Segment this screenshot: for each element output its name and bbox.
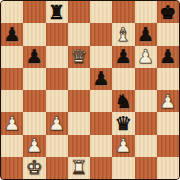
square-e5[interactable]: ♟ (90, 68, 112, 90)
square-a8[interactable] (1, 1, 23, 23)
square-d5[interactable] (68, 68, 90, 90)
piece-white-pawn[interactable]: ♟ (115, 136, 132, 155)
square-b6[interactable]: ♟ (23, 46, 45, 68)
square-c3[interactable]: ♟ (46, 112, 68, 134)
square-a4[interactable] (1, 90, 23, 112)
square-b5[interactable] (23, 68, 45, 90)
chess-board-frame: ♜♚♟♝♟♟♛♟♟♟♟♞♟♟♟♛♟♟♚♜ (0, 0, 180, 180)
piece-white-pawn[interactable]: ♟ (159, 91, 176, 110)
square-d4[interactable] (68, 90, 90, 112)
piece-white-pawn[interactable]: ♟ (137, 47, 154, 66)
square-h3[interactable] (157, 112, 179, 134)
square-e6[interactable] (90, 46, 112, 68)
square-a3[interactable]: ♟ (1, 112, 23, 134)
piece-black-pawn[interactable]: ♟ (159, 47, 176, 66)
square-c5[interactable] (46, 68, 68, 90)
square-e3[interactable] (90, 112, 112, 134)
piece-black-pawn[interactable]: ♟ (115, 47, 132, 66)
square-f1[interactable] (112, 157, 134, 179)
piece-black-rook[interactable]: ♜ (48, 2, 65, 21)
square-a5[interactable] (1, 68, 23, 90)
piece-black-pawn[interactable]: ♟ (93, 69, 110, 88)
square-b2[interactable]: ♟ (23, 135, 45, 157)
square-g6[interactable]: ♟ (135, 46, 157, 68)
square-h8[interactable]: ♚ (157, 1, 179, 23)
square-h2[interactable] (157, 135, 179, 157)
square-f3[interactable]: ♛ (112, 112, 134, 134)
piece-black-queen[interactable]: ♛ (115, 113, 132, 132)
square-h4[interactable]: ♟ (157, 90, 179, 112)
square-a1[interactable] (1, 157, 23, 179)
square-g8[interactable] (135, 1, 157, 23)
piece-black-king[interactable]: ♚ (159, 2, 176, 21)
piece-black-pawn[interactable]: ♟ (137, 24, 154, 43)
square-c6[interactable] (46, 46, 68, 68)
square-d7[interactable] (68, 23, 90, 45)
piece-white-bishop[interactable]: ♝ (115, 24, 132, 43)
piece-white-pawn[interactable]: ♟ (4, 113, 21, 132)
square-c2[interactable] (46, 135, 68, 157)
piece-white-queen[interactable]: ♛ (70, 47, 87, 66)
square-e8[interactable] (90, 1, 112, 23)
square-g4[interactable] (135, 90, 157, 112)
square-d6[interactable]: ♛ (68, 46, 90, 68)
square-b1[interactable]: ♚ (23, 157, 45, 179)
square-g3[interactable] (135, 112, 157, 134)
square-a7[interactable]: ♟ (1, 23, 23, 45)
square-h5[interactable] (157, 68, 179, 90)
square-f4[interactable]: ♞ (112, 90, 134, 112)
square-f8[interactable] (112, 1, 134, 23)
square-c4[interactable] (46, 90, 68, 112)
square-g1[interactable] (135, 157, 157, 179)
square-b7[interactable] (23, 23, 45, 45)
square-h1[interactable] (157, 157, 179, 179)
square-c8[interactable]: ♜ (46, 1, 68, 23)
piece-black-pawn[interactable]: ♟ (4, 24, 21, 43)
square-f2[interactable]: ♟ (112, 135, 134, 157)
square-b8[interactable] (23, 1, 45, 23)
square-f6[interactable]: ♟ (112, 46, 134, 68)
square-g7[interactable]: ♟ (135, 23, 157, 45)
square-g5[interactable] (135, 68, 157, 90)
square-c1[interactable] (46, 157, 68, 179)
square-h7[interactable] (157, 23, 179, 45)
square-d8[interactable] (68, 1, 90, 23)
square-d1[interactable]: ♜ (68, 157, 90, 179)
square-c7[interactable] (46, 23, 68, 45)
piece-black-pawn[interactable]: ♟ (26, 47, 43, 66)
piece-white-rook[interactable]: ♜ (70, 158, 87, 177)
square-b4[interactable] (23, 90, 45, 112)
square-a6[interactable] (1, 46, 23, 68)
square-e1[interactable] (90, 157, 112, 179)
square-d3[interactable] (68, 112, 90, 134)
square-d2[interactable] (68, 135, 90, 157)
chess-board: ♜♚♟♝♟♟♛♟♟♟♟♞♟♟♟♛♟♟♚♜ (1, 1, 179, 179)
square-f7[interactable]: ♝ (112, 23, 134, 45)
square-e4[interactable] (90, 90, 112, 112)
square-a2[interactable] (1, 135, 23, 157)
piece-white-king[interactable]: ♚ (26, 158, 43, 177)
square-f5[interactable] (112, 68, 134, 90)
square-e7[interactable] (90, 23, 112, 45)
piece-white-pawn[interactable]: ♟ (26, 136, 43, 155)
piece-black-knight[interactable]: ♞ (115, 91, 132, 110)
square-h6[interactable]: ♟ (157, 46, 179, 68)
piece-white-pawn[interactable]: ♟ (48, 113, 65, 132)
square-g2[interactable] (135, 135, 157, 157)
square-e2[interactable] (90, 135, 112, 157)
square-b3[interactable] (23, 112, 45, 134)
